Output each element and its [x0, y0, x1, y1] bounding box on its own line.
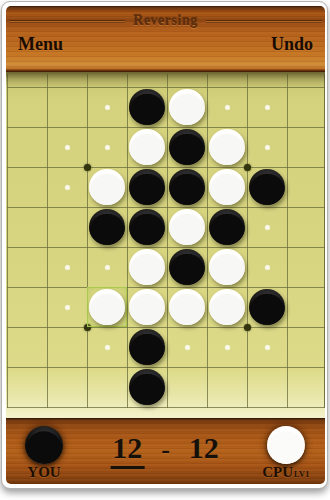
board-cell[interactable]: [87, 327, 127, 367]
board-cell: ●: [127, 247, 167, 287]
you-label: YOU: [6, 464, 82, 481]
black-piece: ●: [129, 169, 165, 205]
legal-move-dot: [105, 145, 110, 150]
score-separator: -: [161, 435, 170, 465]
title-bar: Reversing Menu Undo: [6, 6, 325, 72]
board-cell: ●: [207, 247, 247, 287]
legal-move-dot: [185, 345, 190, 350]
cpu-score: 12: [187, 431, 221, 466]
legal-move-dot: [265, 345, 270, 350]
board-cell: [247, 367, 287, 407]
legal-move-dot: [265, 105, 270, 110]
score-display: 12 - 12: [110, 431, 221, 469]
board-cell: [47, 327, 87, 367]
board-cell: ●: [167, 207, 207, 247]
board-cell: ●: [127, 287, 167, 327]
board-cell: [47, 367, 87, 407]
undo-button[interactable]: Undo: [271, 34, 313, 55]
board-cell: ●: [167, 87, 207, 127]
board-cell: ●: [87, 287, 127, 327]
board-cell: ●: [127, 327, 167, 367]
board-cell: [287, 167, 325, 207]
board-cell: ●: [127, 127, 167, 167]
legal-move-dot: [265, 145, 270, 150]
white-piece: ●: [89, 289, 125, 325]
board-cell[interactable]: [247, 247, 287, 287]
black-piece-glyph: ●: [25, 426, 63, 464]
legal-move-dot: [265, 225, 270, 230]
reversi-app: Reversing Menu Undo ●●●●●●●●●●●●●●●●●●●●…: [6, 6, 325, 484]
board-cell[interactable]: [247, 207, 287, 247]
black-piece: ●: [169, 129, 205, 165]
legal-move-dot: [105, 265, 110, 270]
score-bar: ● YOU 12 - 12 ● CPULV1: [6, 418, 325, 484]
board-cell: [87, 367, 127, 407]
white-piece-glyph: ●: [267, 426, 305, 464]
board-cell: ●: [207, 287, 247, 327]
board-cell: [287, 367, 325, 407]
legal-move-dot: [105, 345, 110, 350]
board-cell: [287, 127, 325, 167]
board-cell: ●: [127, 87, 167, 127]
board-cell: [287, 247, 325, 287]
legal-move-dot: [65, 265, 70, 270]
board-cell: ●: [167, 127, 207, 167]
board-cell: [207, 367, 247, 407]
board-cell: [287, 287, 325, 327]
board-cell: ●: [87, 167, 127, 207]
board-cell[interactable]: [247, 87, 287, 127]
board-cell: [47, 87, 87, 127]
board-cell[interactable]: [207, 327, 247, 367]
board-cell: ●: [207, 167, 247, 207]
board-cell: [7, 127, 47, 167]
legal-move-dot: [65, 145, 70, 150]
black-piece: ●: [169, 249, 205, 285]
board-cell[interactable]: [167, 327, 207, 367]
you-stone: ●: [25, 426, 63, 464]
board-cell: ●: [87, 207, 127, 247]
white-piece: ●: [209, 249, 245, 285]
legal-move-dot: [225, 105, 230, 110]
white-piece: ●: [129, 289, 165, 325]
board-cell: ●: [167, 167, 207, 207]
menu-button[interactable]: Menu: [18, 34, 63, 55]
board-cell[interactable]: [207, 87, 247, 127]
white-piece: ●: [169, 89, 205, 125]
board-cell[interactable]: [87, 247, 127, 287]
black-piece: ●: [89, 209, 125, 245]
legal-move-dot: [265, 265, 270, 270]
board-cells: ●●●●●●●●●●●●●●●●●●●●●●●●: [7, 87, 325, 407]
black-piece: ●: [129, 89, 165, 125]
board-cell: [7, 287, 47, 327]
legal-move-dot: [65, 185, 70, 190]
board-cell: [7, 247, 47, 287]
board-cell[interactable]: [247, 327, 287, 367]
white-piece: ●: [209, 169, 245, 205]
board-cell: [7, 167, 47, 207]
white-piece: ●: [209, 289, 245, 325]
title-rule-right: [206, 20, 322, 23]
black-piece: ●: [209, 209, 245, 245]
app-frame: Reversing Menu Undo ●●●●●●●●●●●●●●●●●●●●…: [0, 0, 330, 500]
white-piece: ●: [169, 209, 205, 245]
board-cell: ●: [247, 287, 287, 327]
board-grid-top: [7, 74, 325, 87]
board-cell: [7, 207, 47, 247]
board-cell[interactable]: [47, 167, 87, 207]
board-cell: ●: [247, 167, 287, 207]
cpu-label: CPULV1: [248, 464, 324, 481]
board-cell[interactable]: [87, 87, 127, 127]
board-cell: [287, 327, 325, 367]
board-cell[interactable]: [47, 287, 87, 327]
board-cell[interactable]: [47, 127, 87, 167]
board-cell: ●: [167, 287, 207, 327]
you-score: 12: [110, 431, 144, 469]
cpu-stone: ●: [267, 426, 305, 464]
board-cell: ●: [127, 207, 167, 247]
cpu-label-text: CPU: [262, 464, 293, 480]
app-title: Reversing: [133, 13, 197, 29]
cpu-level-badge: LV1: [294, 470, 310, 479]
white-piece: ●: [129, 129, 165, 165]
black-piece: ●: [169, 169, 205, 205]
game-board: ●●●●●●●●●●●●●●●●●●●●●●●●: [6, 72, 325, 418]
black-piece: ●: [129, 329, 165, 365]
board-cell: [7, 367, 47, 407]
black-piece: ●: [249, 289, 285, 325]
legal-move-dot: [105, 105, 110, 110]
white-piece: ●: [169, 289, 205, 325]
board-cell: [287, 87, 325, 127]
board-cell: [287, 207, 325, 247]
board-cell: [7, 87, 47, 127]
board-cell: [7, 327, 47, 367]
black-piece: ●: [129, 209, 165, 245]
board-cell: ●: [207, 207, 247, 247]
board-cell: ●: [127, 167, 167, 207]
board-cell: ●: [167, 247, 207, 287]
white-piece: ●: [209, 129, 245, 165]
board-cell[interactable]: [87, 127, 127, 167]
legal-move-dot: [65, 305, 70, 310]
board-cell: ●: [207, 127, 247, 167]
black-piece: ●: [129, 369, 165, 405]
white-piece: ●: [89, 169, 125, 205]
legal-move-dot: [225, 345, 230, 350]
board-cell[interactable]: [47, 247, 87, 287]
black-piece: ●: [249, 169, 285, 205]
white-piece: ●: [129, 249, 165, 285]
board-cell: [167, 367, 207, 407]
board-cell: [47, 207, 87, 247]
title-rule-left: [9, 20, 125, 23]
board-cell: ●: [127, 367, 167, 407]
board-cell[interactable]: [247, 127, 287, 167]
device-card: Reversing Menu Undo ●●●●●●●●●●●●●●●●●●●●…: [1, 1, 328, 489]
